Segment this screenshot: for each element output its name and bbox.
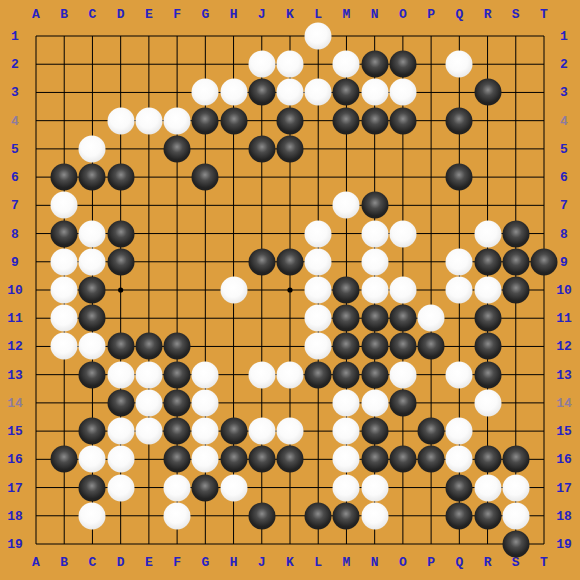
stone-white-N17[interactable] xyxy=(361,474,388,501)
col-label-bottom-A: A xyxy=(32,555,40,570)
stone-white-P11[interactable] xyxy=(418,305,445,332)
star-point-D10 xyxy=(118,287,123,292)
stone-black-S10[interactable] xyxy=(502,277,529,304)
stone-white-R17[interactable] xyxy=(474,474,501,501)
row-label-right-7: 7 xyxy=(560,198,568,213)
stone-white-Q16[interactable] xyxy=(446,446,473,473)
stone-black-M3[interactable] xyxy=(333,79,360,106)
stone-white-D4[interactable] xyxy=(107,107,134,134)
stone-black-M4[interactable] xyxy=(333,107,360,134)
stone-black-Q6[interactable] xyxy=(446,164,473,191)
stone-white-M7[interactable] xyxy=(333,192,360,219)
col-label-top-T: T xyxy=(540,7,548,22)
stone-black-J18[interactable] xyxy=(248,502,275,529)
stone-black-R16[interactable] xyxy=(474,446,501,473)
col-label-bottom-B: B xyxy=(60,555,68,570)
stone-black-B8[interactable] xyxy=(51,220,78,247)
stone-black-G4[interactable] xyxy=(192,107,219,134)
col-label-bottom-H: H xyxy=(230,555,238,570)
stone-black-L13[interactable] xyxy=(305,361,332,388)
row-label-left-6: 6 xyxy=(11,170,19,185)
stone-black-Q4[interactable] xyxy=(446,107,473,134)
col-label-top-A: A xyxy=(32,7,40,22)
row-label-right-4: 4 xyxy=(560,113,568,128)
stone-black-O11[interactable] xyxy=(389,305,416,332)
row-label-left-19: 19 xyxy=(7,537,23,552)
stone-black-R11[interactable] xyxy=(474,305,501,332)
stone-white-F18[interactable] xyxy=(164,502,191,529)
stone-white-S18[interactable] xyxy=(502,502,529,529)
col-label-bottom-E: E xyxy=(145,555,153,570)
stone-white-L12[interactable] xyxy=(305,333,332,360)
row-label-left-12: 12 xyxy=(7,339,23,354)
stone-black-D6[interactable] xyxy=(107,164,134,191)
row-label-right-19: 19 xyxy=(556,537,572,552)
stone-black-D9[interactable] xyxy=(107,248,134,275)
stone-black-R3[interactable] xyxy=(474,79,501,106)
stone-black-S8[interactable] xyxy=(502,220,529,247)
stone-black-R18[interactable] xyxy=(474,502,501,529)
row-label-right-9: 9 xyxy=(560,254,568,269)
stone-white-M2[interactable] xyxy=(333,51,360,78)
stone-black-M12[interactable] xyxy=(333,333,360,360)
col-label-bottom-P: P xyxy=(427,555,435,570)
row-label-left-3: 3 xyxy=(11,85,19,100)
stone-black-C10[interactable] xyxy=(79,277,106,304)
row-label-left-10: 10 xyxy=(7,283,23,298)
stone-black-C17[interactable] xyxy=(79,474,106,501)
stone-black-N16[interactable] xyxy=(361,446,388,473)
stone-white-D16[interactable] xyxy=(107,446,134,473)
stone-white-H10[interactable] xyxy=(220,277,247,304)
star-point-K10 xyxy=(287,287,292,292)
stone-white-E15[interactable] xyxy=(135,418,162,445)
col-label-bottom-D: D xyxy=(117,555,125,570)
stone-white-K13[interactable] xyxy=(277,361,304,388)
col-label-bottom-Q: Q xyxy=(455,555,463,570)
row-label-right-16: 16 xyxy=(556,452,572,467)
col-label-bottom-M: M xyxy=(343,555,351,570)
stone-white-L3[interactable] xyxy=(305,79,332,106)
stone-white-N14[interactable] xyxy=(361,389,388,416)
stone-white-M16[interactable] xyxy=(333,446,360,473)
stone-black-O2[interactable] xyxy=(389,51,416,78)
col-label-top-F: F xyxy=(173,7,181,22)
stone-white-B12[interactable] xyxy=(51,333,78,360)
col-label-top-N: N xyxy=(371,7,379,22)
row-label-left-9: 9 xyxy=(11,254,19,269)
stone-white-Q13[interactable] xyxy=(446,361,473,388)
col-label-top-S: S xyxy=(512,7,520,22)
stone-white-C16[interactable] xyxy=(79,446,106,473)
col-label-bottom-R: R xyxy=(484,555,492,570)
stone-white-Q15[interactable] xyxy=(446,418,473,445)
row-label-left-8: 8 xyxy=(11,226,19,241)
col-label-top-E: E xyxy=(145,7,153,22)
stone-white-J2[interactable] xyxy=(248,51,275,78)
stone-white-R10[interactable] xyxy=(474,277,501,304)
stone-black-S16[interactable] xyxy=(502,446,529,473)
stone-black-K16[interactable] xyxy=(277,446,304,473)
stone-white-N18[interactable] xyxy=(361,502,388,529)
stone-black-H15[interactable] xyxy=(220,418,247,445)
row-label-right-6: 6 xyxy=(560,170,568,185)
row-label-right-13: 13 xyxy=(556,367,572,382)
stone-black-N4[interactable] xyxy=(361,107,388,134)
col-label-bottom-N: N xyxy=(371,555,379,570)
stone-black-K5[interactable] xyxy=(277,135,304,162)
col-label-bottom-O: O xyxy=(399,555,407,570)
stone-white-Q2[interactable] xyxy=(446,51,473,78)
col-label-bottom-T: T xyxy=(540,555,548,570)
stone-black-Q17[interactable] xyxy=(446,474,473,501)
stone-white-G15[interactable] xyxy=(192,418,219,445)
stone-black-C6[interactable] xyxy=(79,164,106,191)
stone-black-G17[interactable] xyxy=(192,474,219,501)
row-label-left-4: 4 xyxy=(11,113,19,128)
stone-white-B11[interactable] xyxy=(51,305,78,332)
stone-white-O10[interactable] xyxy=(389,277,416,304)
col-label-top-J: J xyxy=(258,7,266,22)
stone-white-G3[interactable] xyxy=(192,79,219,106)
stone-black-M11[interactable] xyxy=(333,305,360,332)
stone-white-D17[interactable] xyxy=(107,474,134,501)
stone-black-L18[interactable] xyxy=(305,502,332,529)
stone-black-B6[interactable] xyxy=(51,164,78,191)
stone-black-D12[interactable] xyxy=(107,333,134,360)
stone-white-R8[interactable] xyxy=(474,220,501,247)
stone-white-M15[interactable] xyxy=(333,418,360,445)
row-label-left-17: 17 xyxy=(7,480,23,495)
col-label-top-O: O xyxy=(399,7,407,22)
stone-white-D13[interactable] xyxy=(107,361,134,388)
stone-black-F15[interactable] xyxy=(164,418,191,445)
row-label-right-18: 18 xyxy=(556,508,572,523)
row-label-right-12: 12 xyxy=(556,339,572,354)
stone-white-L8[interactable] xyxy=(305,220,332,247)
row-label-left-18: 18 xyxy=(7,508,23,523)
stone-black-O4[interactable] xyxy=(389,107,416,134)
stone-white-M17[interactable] xyxy=(333,474,360,501)
stone-black-S9[interactable] xyxy=(502,248,529,275)
stone-black-C11[interactable] xyxy=(79,305,106,332)
stone-white-C8[interactable] xyxy=(79,220,106,247)
stone-black-J9[interactable] xyxy=(248,248,275,275)
stone-black-C13[interactable] xyxy=(79,361,106,388)
stone-white-S17[interactable] xyxy=(502,474,529,501)
stone-black-F12[interactable] xyxy=(164,333,191,360)
stone-black-R12[interactable] xyxy=(474,333,501,360)
stone-black-S19[interactable] xyxy=(502,531,529,558)
stone-white-C12[interactable] xyxy=(79,333,106,360)
stone-black-O12[interactable] xyxy=(389,333,416,360)
stone-black-R9[interactable] xyxy=(474,248,501,275)
stone-white-E14[interactable] xyxy=(135,389,162,416)
stone-white-K15[interactable] xyxy=(277,418,304,445)
stone-white-B10[interactable] xyxy=(51,277,78,304)
stone-black-Q18[interactable] xyxy=(446,502,473,529)
stone-white-K2[interactable] xyxy=(277,51,304,78)
stone-black-F16[interactable] xyxy=(164,446,191,473)
stone-black-J5[interactable] xyxy=(248,135,275,162)
stone-black-K9[interactable] xyxy=(277,248,304,275)
stone-black-N2[interactable] xyxy=(361,51,388,78)
stone-white-G14[interactable] xyxy=(192,389,219,416)
stone-white-B7[interactable] xyxy=(51,192,78,219)
stone-black-K4[interactable] xyxy=(277,107,304,134)
stone-white-B9[interactable] xyxy=(51,248,78,275)
stone-white-G13[interactable] xyxy=(192,361,219,388)
col-label-bottom-C: C xyxy=(89,555,97,570)
stone-black-E12[interactable] xyxy=(135,333,162,360)
go-board-app: AABBCCDDEEFFGGHHJJKKLLMMNNOOPPQQRRSSTT11… xyxy=(0,0,580,580)
stone-black-J3[interactable] xyxy=(248,79,275,106)
stone-black-F5[interactable] xyxy=(164,135,191,162)
col-label-top-D: D xyxy=(117,7,125,22)
stone-white-L9[interactable] xyxy=(305,248,332,275)
row-label-right-3: 3 xyxy=(560,85,568,100)
row-label-left-13: 13 xyxy=(7,367,23,382)
col-label-top-Q: Q xyxy=(455,7,463,22)
col-label-bottom-K: K xyxy=(286,555,294,570)
stone-white-K3[interactable] xyxy=(277,79,304,106)
stone-white-R14[interactable] xyxy=(474,389,501,416)
col-label-top-M: M xyxy=(343,7,351,22)
stone-black-T9[interactable] xyxy=(531,248,558,275)
stone-white-F17[interactable] xyxy=(164,474,191,501)
stone-white-E4[interactable] xyxy=(135,107,162,134)
stone-white-N3[interactable] xyxy=(361,79,388,106)
stone-white-O8[interactable] xyxy=(389,220,416,247)
col-label-top-L: L xyxy=(314,7,322,22)
row-label-right-14: 14 xyxy=(556,395,572,410)
col-label-top-H: H xyxy=(230,7,238,22)
col-label-bottom-L: L xyxy=(314,555,322,570)
col-label-bottom-F: F xyxy=(173,555,181,570)
stone-black-N11[interactable] xyxy=(361,305,388,332)
stone-white-H17[interactable] xyxy=(220,474,247,501)
stone-white-C9[interactable] xyxy=(79,248,106,275)
stone-black-O14[interactable] xyxy=(389,389,416,416)
row-label-left-11: 11 xyxy=(7,311,23,326)
row-label-right-15: 15 xyxy=(556,424,572,439)
stone-black-N12[interactable] xyxy=(361,333,388,360)
row-label-left-14: 14 xyxy=(7,395,23,410)
stone-white-F4[interactable] xyxy=(164,107,191,134)
row-label-left-15: 15 xyxy=(7,424,23,439)
col-label-bottom-G: G xyxy=(201,555,209,570)
stone-black-J16[interactable] xyxy=(248,446,275,473)
col-label-top-K: K xyxy=(286,7,294,22)
stone-white-C5[interactable] xyxy=(79,135,106,162)
stone-white-L1[interactable] xyxy=(305,23,332,50)
row-label-right-11: 11 xyxy=(556,311,572,326)
stone-black-M10[interactable] xyxy=(333,277,360,304)
stone-white-N8[interactable] xyxy=(361,220,388,247)
stone-white-J13[interactable] xyxy=(248,361,275,388)
stone-white-L10[interactable] xyxy=(305,277,332,304)
stone-white-C18[interactable] xyxy=(79,502,106,529)
stone-white-N9[interactable] xyxy=(361,248,388,275)
stone-black-H4[interactable] xyxy=(220,107,247,134)
stone-black-P15[interactable] xyxy=(418,418,445,445)
stone-black-N13[interactable] xyxy=(361,361,388,388)
stone-black-C15[interactable] xyxy=(79,418,106,445)
stone-white-Q10[interactable] xyxy=(446,277,473,304)
col-label-top-R: R xyxy=(484,7,492,22)
stone-white-G16[interactable] xyxy=(192,446,219,473)
row-label-left-7: 7 xyxy=(11,198,19,213)
row-label-right-5: 5 xyxy=(560,141,568,156)
row-label-right-8: 8 xyxy=(560,226,568,241)
stone-black-M18[interactable] xyxy=(333,502,360,529)
col-label-top-C: C xyxy=(89,7,97,22)
col-label-bottom-J: J xyxy=(258,555,266,570)
stone-black-G6[interactable] xyxy=(192,164,219,191)
stone-white-D15[interactable] xyxy=(107,418,134,445)
row-label-right-2: 2 xyxy=(560,57,568,72)
stone-black-P16[interactable] xyxy=(418,446,445,473)
stone-white-O13[interactable] xyxy=(389,361,416,388)
row-label-left-5: 5 xyxy=(11,141,19,156)
stone-black-N15[interactable] xyxy=(361,418,388,445)
stone-black-R13[interactable] xyxy=(474,361,501,388)
stone-white-N10[interactable] xyxy=(361,277,388,304)
stone-black-N7[interactable] xyxy=(361,192,388,219)
stone-black-H16[interactable] xyxy=(220,446,247,473)
row-label-left-1: 1 xyxy=(11,29,19,44)
row-label-right-17: 17 xyxy=(556,480,572,495)
stone-black-D14[interactable] xyxy=(107,389,134,416)
stone-black-D8[interactable] xyxy=(107,220,134,247)
stone-black-F14[interactable] xyxy=(164,389,191,416)
stone-black-P12[interactable] xyxy=(418,333,445,360)
stone-black-F13[interactable] xyxy=(164,361,191,388)
stone-white-E13[interactable] xyxy=(135,361,162,388)
stone-black-M13[interactable] xyxy=(333,361,360,388)
stone-white-H3[interactable] xyxy=(220,79,247,106)
stone-black-B16[interactable] xyxy=(51,446,78,473)
stone-white-L11[interactable] xyxy=(305,305,332,332)
col-label-top-B: B xyxy=(60,7,68,22)
row-label-left-16: 16 xyxy=(7,452,23,467)
col-label-top-G: G xyxy=(201,7,209,22)
stone-black-O16[interactable] xyxy=(389,446,416,473)
row-label-right-10: 10 xyxy=(556,283,572,298)
row-label-right-1: 1 xyxy=(560,29,568,44)
stone-white-J15[interactable] xyxy=(248,418,275,445)
stone-white-O3[interactable] xyxy=(389,79,416,106)
row-label-left-2: 2 xyxy=(11,57,19,72)
col-label-top-P: P xyxy=(427,7,435,22)
stone-white-Q9[interactable] xyxy=(446,248,473,275)
stone-white-M14[interactable] xyxy=(333,389,360,416)
